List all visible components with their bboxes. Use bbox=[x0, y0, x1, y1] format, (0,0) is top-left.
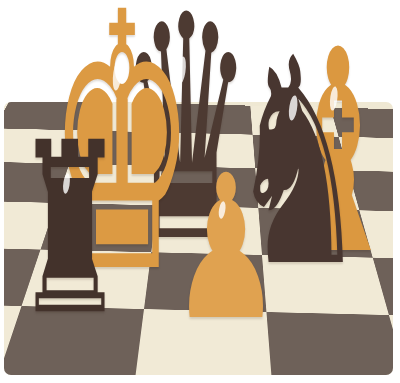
light-pawn-piece: ♟ bbox=[171, 149, 282, 348]
pawn-icon: ♟ bbox=[171, 149, 282, 348]
rook-icon: ♜ bbox=[15, 112, 125, 348]
dark-rook-piece: ♜ bbox=[15, 112, 125, 348]
chess-illustration: ♛ ♚ ♝ ♞ ♜ ♟ bbox=[0, 0, 400, 383]
